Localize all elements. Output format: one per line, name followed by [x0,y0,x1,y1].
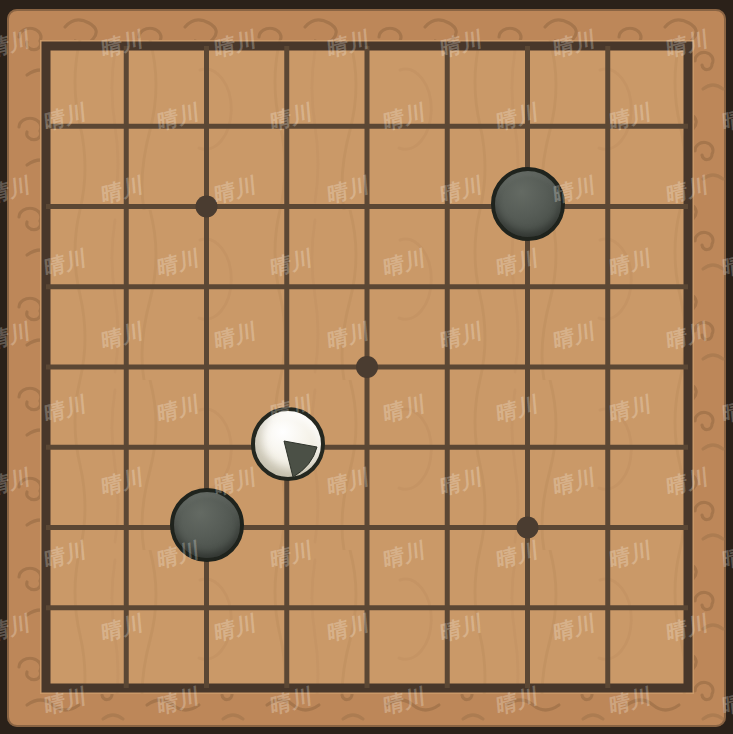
star-point [196,196,218,218]
black-stone[interactable] [170,488,244,562]
black-stone[interactable] [491,167,565,241]
corner-triangle-marker-icon [251,407,325,481]
white-stone[interactable] [251,407,325,481]
go-board[interactable] [40,40,694,694]
star-point [356,356,378,378]
game-screen: 晴川晴川晴川晴川晴川晴川晴川晴川晴川晴川晴川晴川晴川晴川晴川晴川晴川晴川晴川晴川… [0,0,733,734]
star-point [517,517,539,539]
board-grid [40,40,694,694]
